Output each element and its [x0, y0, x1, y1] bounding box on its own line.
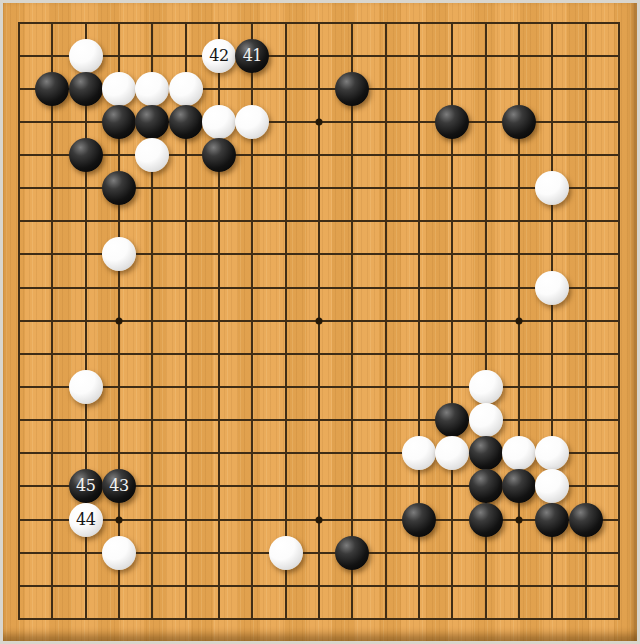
star-point [316, 118, 323, 125]
stone-white [135, 138, 169, 172]
go-board[interactable]: 4241454344 [3, 3, 637, 641]
stone-black [435, 403, 469, 437]
stone-white [102, 536, 136, 570]
star-point [516, 317, 523, 324]
stone-white [502, 436, 536, 470]
grid-line-horizontal [18, 353, 620, 355]
star-point [116, 317, 123, 324]
stone-black [102, 171, 136, 205]
stone-white [402, 436, 436, 470]
stone-white [169, 72, 203, 106]
stone-black [69, 72, 103, 106]
stone-black [335, 72, 369, 106]
stone-white [469, 370, 503, 404]
stone-black [469, 436, 503, 470]
board-frame: 4241454344 [0, 0, 640, 644]
stone-white [69, 39, 103, 73]
stone-black [335, 536, 369, 570]
stone-black [35, 72, 69, 106]
stone-white [535, 271, 569, 305]
star-point [316, 516, 323, 523]
grid-line-horizontal [18, 618, 620, 620]
star-point [516, 516, 523, 523]
stone-white [69, 370, 103, 404]
grid-line-vertical [618, 22, 620, 621]
stone-white [202, 105, 236, 139]
move-number-label: 44 [76, 512, 95, 528]
grid-line-horizontal [18, 585, 620, 587]
move-number-label: 45 [76, 478, 95, 494]
stone-black [202, 138, 236, 172]
stone-black-move-43: 43 [102, 469, 136, 503]
stone-white-move-44: 44 [69, 503, 103, 537]
stone-black [502, 105, 536, 139]
grid-line-horizontal [18, 419, 620, 421]
grid-line-vertical [385, 22, 387, 621]
stone-black-move-41: 41 [235, 39, 269, 73]
stone-black [402, 503, 436, 537]
grid-line-vertical [351, 22, 353, 621]
stone-black [569, 503, 603, 537]
stone-white [535, 469, 569, 503]
stone-white [469, 403, 503, 437]
stone-black [535, 503, 569, 537]
stone-black [502, 469, 536, 503]
stone-black-move-45: 45 [69, 469, 103, 503]
stone-black [135, 105, 169, 139]
stone-white [535, 171, 569, 205]
stone-white [235, 105, 269, 139]
move-number-label: 42 [209, 48, 228, 64]
star-point [316, 317, 323, 324]
stone-white [102, 237, 136, 271]
stone-white [135, 72, 169, 106]
move-number-label: 43 [109, 478, 128, 494]
stone-black [469, 469, 503, 503]
stone-white [269, 536, 303, 570]
star-point [116, 516, 123, 523]
stone-black [469, 503, 503, 537]
stone-white-move-42: 42 [202, 39, 236, 73]
stone-black [435, 105, 469, 139]
stone-white [102, 72, 136, 106]
move-number-label: 41 [243, 48, 262, 64]
stone-black [102, 105, 136, 139]
stone-black [69, 138, 103, 172]
grid-line-horizontal [18, 386, 620, 388]
stone-black [169, 105, 203, 139]
stone-white [435, 436, 469, 470]
stone-white [535, 436, 569, 470]
